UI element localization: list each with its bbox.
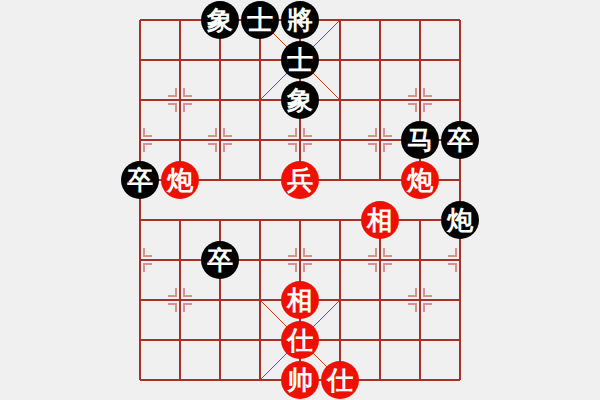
red-general-piece[interactable]: 帅 (281, 361, 319, 399)
red-soldier-piece[interactable]: 兵 (281, 161, 319, 199)
board-point-2-5 (200, 200, 240, 240)
board-point-4-5 (280, 200, 320, 240)
board-point-0-3 (120, 120, 160, 160)
board-point-0-7 (120, 280, 160, 320)
board-point-3-4 (240, 160, 280, 200)
black-advisor-piece[interactable]: 士 (281, 41, 319, 79)
board-point-7-9 (400, 360, 440, 400)
board-point-4-3 (280, 120, 320, 160)
board-point-6-4 (360, 160, 400, 200)
red-cannon-piece[interactable]: 炮 (401, 161, 439, 199)
board-point-7-0 (400, 0, 440, 40)
xiangqi-board[interactable]: 象士將士象马卒卒炮兵炮相炮卒相仕帅仕 (120, 0, 480, 400)
board-point-1-7 (160, 280, 200, 320)
board-point-8-3: 卒 (440, 120, 480, 160)
board-point-0-5 (120, 200, 160, 240)
board-point-3-6 (240, 240, 280, 280)
red-cannon-piece[interactable]: 炮 (161, 161, 199, 199)
red-advisor-piece[interactable]: 仕 (321, 361, 359, 399)
board-point-2-1 (200, 40, 240, 80)
board-point-7-7 (400, 280, 440, 320)
board-point-3-5 (240, 200, 280, 240)
board-point-7-1 (400, 40, 440, 80)
board-point-7-5 (400, 200, 440, 240)
board-point-5-9: 仕 (320, 360, 360, 400)
board-point-6-1 (360, 40, 400, 80)
black-soldier-piece[interactable]: 卒 (441, 121, 479, 159)
board-point-5-1 (320, 40, 360, 80)
board-point-3-3 (240, 120, 280, 160)
board-point-5-4 (320, 160, 360, 200)
board-point-4-8: 仕 (280, 320, 320, 360)
board-point-3-2 (240, 80, 280, 120)
board-point-8-1 (440, 40, 480, 80)
board-point-8-4 (440, 160, 480, 200)
board-point-5-8 (320, 320, 360, 360)
board-point-0-9 (120, 360, 160, 400)
board-point-2-9 (200, 360, 240, 400)
red-elephant-piece[interactable]: 相 (361, 201, 399, 239)
red-elephant-piece[interactable]: 相 (281, 281, 319, 319)
board-point-2-6: 卒 (200, 240, 240, 280)
board-point-4-6 (280, 240, 320, 280)
board-point-8-5: 炮 (440, 200, 480, 240)
board-point-6-5: 相 (360, 200, 400, 240)
board-point-8-8 (440, 320, 480, 360)
board-point-3-1 (240, 40, 280, 80)
board-point-4-2: 象 (280, 80, 320, 120)
board-point-1-6 (160, 240, 200, 280)
board-point-2-2 (200, 80, 240, 120)
black-cannon-piece[interactable]: 炮 (441, 201, 479, 239)
board-point-6-6 (360, 240, 400, 280)
board-point-4-0: 將 (280, 0, 320, 40)
board-point-4-1: 士 (280, 40, 320, 80)
board-point-4-4: 兵 (280, 160, 320, 200)
board-point-2-4 (200, 160, 240, 200)
black-horse-piece[interactable]: 马 (401, 121, 439, 159)
board-point-0-4: 卒 (120, 160, 160, 200)
board-point-2-3 (200, 120, 240, 160)
board-point-1-3 (160, 120, 200, 160)
black-soldier-piece[interactable]: 卒 (121, 161, 159, 199)
board-point-1-2 (160, 80, 200, 120)
board-point-5-0 (320, 0, 360, 40)
xiangqi-screen: 象士將士象马卒卒炮兵炮相炮卒相仕帅仕 (0, 0, 600, 400)
board-point-4-9: 帅 (280, 360, 320, 400)
board-point-6-8 (360, 320, 400, 360)
board-point-1-9 (160, 360, 200, 400)
board-point-1-1 (160, 40, 200, 80)
board-point-8-7 (440, 280, 480, 320)
board-point-1-8 (160, 320, 200, 360)
board-point-7-3: 马 (400, 120, 440, 160)
board-point-8-2 (440, 80, 480, 120)
board-point-5-3 (320, 120, 360, 160)
board-point-0-6 (120, 240, 160, 280)
board-point-3-8 (240, 320, 280, 360)
board-point-0-1 (120, 40, 160, 80)
red-advisor-piece[interactable]: 仕 (281, 321, 319, 359)
board-point-1-4: 炮 (160, 160, 200, 200)
board-point-3-0: 士 (240, 0, 280, 40)
board-point-8-9 (440, 360, 480, 400)
black-elephant-piece[interactable]: 象 (201, 1, 239, 39)
board-point-3-7 (240, 280, 280, 320)
board-point-4-7: 相 (280, 280, 320, 320)
board-point-6-7 (360, 280, 400, 320)
board-point-0-8 (120, 320, 160, 360)
board-point-2-0: 象 (200, 0, 240, 40)
board-point-0-0 (120, 0, 160, 40)
board-point-7-2 (400, 80, 440, 120)
board-point-2-7 (200, 280, 240, 320)
board-point-6-9 (360, 360, 400, 400)
board-point-6-3 (360, 120, 400, 160)
black-elephant-piece[interactable]: 象 (281, 81, 319, 119)
board-point-6-2 (360, 80, 400, 120)
board-point-1-5 (160, 200, 200, 240)
board-point-7-6 (400, 240, 440, 280)
board-point-7-8 (400, 320, 440, 360)
board-point-2-8 (200, 320, 240, 360)
board-point-5-5 (320, 200, 360, 240)
board-point-6-0 (360, 0, 400, 40)
board-point-7-4: 炮 (400, 160, 440, 200)
board-point-3-9 (240, 360, 280, 400)
board-point-8-6 (440, 240, 480, 280)
board-point-5-6 (320, 240, 360, 280)
board-point-8-0 (440, 0, 480, 40)
black-advisor-piece[interactable]: 士 (241, 1, 279, 39)
black-general-piece[interactable]: 將 (281, 1, 319, 39)
board-point-1-0 (160, 0, 200, 40)
board-point-5-7 (320, 280, 360, 320)
board-point-0-2 (120, 80, 160, 120)
black-soldier-piece[interactable]: 卒 (201, 241, 239, 279)
board-point-5-2 (320, 80, 360, 120)
